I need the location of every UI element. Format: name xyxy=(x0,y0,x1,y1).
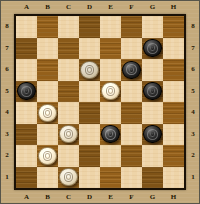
square-e1[interactable] xyxy=(100,167,121,189)
square-e8[interactable] xyxy=(100,16,121,38)
file-label-e: E xyxy=(100,191,121,203)
checker-white-man-c1[interactable] xyxy=(59,168,77,186)
square-c4[interactable] xyxy=(58,102,79,124)
square-e4[interactable] xyxy=(100,102,121,124)
checker-white-man-c3[interactable] xyxy=(59,125,77,143)
rank-label-8: 8 xyxy=(187,16,199,38)
square-b6[interactable] xyxy=(37,59,58,81)
square-f5[interactable] xyxy=(121,81,142,103)
square-h2[interactable] xyxy=(163,145,184,167)
square-d7[interactable] xyxy=(79,38,100,60)
square-b7[interactable] xyxy=(37,38,58,60)
file-label-g: G xyxy=(142,191,163,203)
square-h7[interactable] xyxy=(163,38,184,60)
square-g8[interactable] xyxy=(142,16,163,38)
square-b4[interactable] xyxy=(37,102,58,124)
file-label-a: A xyxy=(16,1,37,13)
square-g2[interactable] xyxy=(142,145,163,167)
rank-label-7: 7 xyxy=(1,38,13,60)
square-b8[interactable] xyxy=(37,16,58,38)
checker-white-man-d6[interactable] xyxy=(80,61,98,79)
file-label-h: H xyxy=(163,191,184,203)
square-f6[interactable] xyxy=(121,59,142,81)
square-a5[interactable] xyxy=(16,81,37,103)
checker-black-man-e3[interactable] xyxy=(101,125,119,143)
rank-labels-right: 87654321 xyxy=(187,16,199,188)
square-d1[interactable] xyxy=(79,167,100,189)
file-label-d: D xyxy=(79,191,100,203)
checker-white-man-b2[interactable] xyxy=(38,147,56,165)
rank-label-6: 6 xyxy=(1,59,13,81)
square-b1[interactable] xyxy=(37,167,58,189)
square-f8[interactable] xyxy=(121,16,142,38)
rank-label-3: 3 xyxy=(187,124,199,146)
square-e3[interactable] xyxy=(100,124,121,146)
square-e6[interactable] xyxy=(100,59,121,81)
file-label-b: B xyxy=(37,191,58,203)
file-label-h: H xyxy=(163,1,184,13)
square-g1[interactable] xyxy=(142,167,163,189)
square-f1[interactable] xyxy=(121,167,142,189)
rank-label-1: 1 xyxy=(1,167,13,189)
square-h3[interactable] xyxy=(163,124,184,146)
square-e5[interactable] xyxy=(100,81,121,103)
square-g7[interactable] xyxy=(142,38,163,60)
checker-black-man-g3[interactable] xyxy=(143,125,161,143)
square-c3[interactable] xyxy=(58,124,79,146)
rank-label-5: 5 xyxy=(1,81,13,103)
rank-label-5: 5 xyxy=(187,81,199,103)
square-a1[interactable] xyxy=(16,167,37,189)
square-g5[interactable] xyxy=(142,81,163,103)
file-label-g: G xyxy=(142,1,163,13)
file-labels-top: ABCDEFGH xyxy=(16,1,184,13)
square-c6[interactable] xyxy=(58,59,79,81)
square-h4[interactable] xyxy=(163,102,184,124)
checker-black-man-g5[interactable] xyxy=(143,82,161,100)
square-a6[interactable] xyxy=(16,59,37,81)
board xyxy=(14,14,186,190)
rank-label-1: 1 xyxy=(187,167,199,189)
rank-label-2: 2 xyxy=(187,145,199,167)
rank-label-6: 6 xyxy=(187,59,199,81)
file-label-a: A xyxy=(16,191,37,203)
checker-white-man-e5[interactable] xyxy=(101,82,119,100)
square-d5[interactable] xyxy=(79,81,100,103)
square-d2[interactable] xyxy=(79,145,100,167)
square-c1[interactable] xyxy=(58,167,79,189)
rank-label-3: 3 xyxy=(1,124,13,146)
rank-label-2: 2 xyxy=(1,145,13,167)
square-d8[interactable] xyxy=(79,16,100,38)
square-a4[interactable] xyxy=(16,102,37,124)
square-g6[interactable] xyxy=(142,59,163,81)
file-label-f: F xyxy=(121,1,142,13)
file-label-d: D xyxy=(79,1,100,13)
square-e2[interactable] xyxy=(100,145,121,167)
square-e7[interactable] xyxy=(100,38,121,60)
square-f7[interactable] xyxy=(121,38,142,60)
square-c5[interactable] xyxy=(58,81,79,103)
square-d4[interactable] xyxy=(79,102,100,124)
square-f3[interactable] xyxy=(121,124,142,146)
checker-black-man-f6[interactable] xyxy=(122,61,140,79)
rank-label-7: 7 xyxy=(187,38,199,60)
square-a8[interactable] xyxy=(16,16,37,38)
square-b2[interactable] xyxy=(37,145,58,167)
file-label-e: E xyxy=(100,1,121,13)
rank-label-4: 4 xyxy=(187,102,199,124)
file-label-c: C xyxy=(58,191,79,203)
square-b3[interactable] xyxy=(37,124,58,146)
square-g4[interactable] xyxy=(142,102,163,124)
file-label-c: C xyxy=(58,1,79,13)
square-g3[interactable] xyxy=(142,124,163,146)
square-a3[interactable] xyxy=(16,124,37,146)
square-c8[interactable] xyxy=(58,16,79,38)
checker-black-man-g7[interactable] xyxy=(143,39,161,57)
rank-labels-left: 87654321 xyxy=(1,16,13,188)
square-c7[interactable] xyxy=(58,38,79,60)
square-h5[interactable] xyxy=(163,81,184,103)
file-label-b: B xyxy=(37,1,58,13)
square-a7[interactable] xyxy=(16,38,37,60)
square-h6[interactable] xyxy=(163,59,184,81)
square-c2[interactable] xyxy=(58,145,79,167)
square-a2[interactable] xyxy=(16,145,37,167)
rank-label-4: 4 xyxy=(1,102,13,124)
square-d3[interactable] xyxy=(79,124,100,146)
square-f4[interactable] xyxy=(121,102,142,124)
file-label-f: F xyxy=(121,191,142,203)
square-b5[interactable] xyxy=(37,81,58,103)
checker-black-man-a5[interactable] xyxy=(17,82,35,100)
file-labels-bottom: ABCDEFGH xyxy=(16,191,184,203)
checkers-board-frame: ABCDEFGH ABCDEFGH 87654321 87654321 xyxy=(0,0,200,204)
checker-white-man-b4[interactable] xyxy=(38,104,56,122)
rank-label-8: 8 xyxy=(1,16,13,38)
square-d6[interactable] xyxy=(79,59,100,81)
square-f2[interactable] xyxy=(121,145,142,167)
square-h8[interactable] xyxy=(163,16,184,38)
square-h1[interactable] xyxy=(163,167,184,189)
